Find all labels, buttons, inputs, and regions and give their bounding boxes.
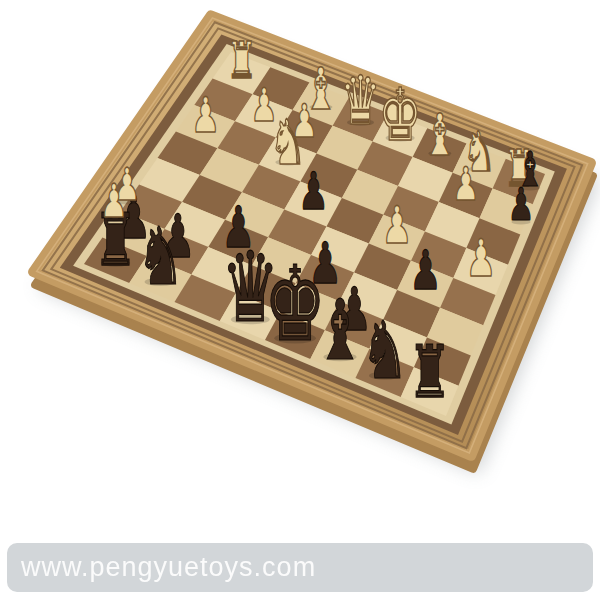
captured-white-pawn-2[interactable]: ♟ [100,173,128,227]
white-pawn-f4[interactable]: ♟ [382,194,413,254]
black-knight-g8[interactable]: ♞ [361,304,409,397]
watermark-text: www.pengyuetoys.com [21,552,316,583]
product-photo: ♜♝♛♚♝♞♜♟♟♟♟♞♟♟♟♟♟♟♟♟♟♜♞♛♚♝♞♜♟♟♝♟ www.pen… [0,0,600,600]
captured-black-pawn[interactable]: ♟ [508,179,535,231]
white-queen-d1[interactable]: ♛ [340,62,380,141]
black-pawn-d4[interactable]: ♟ [298,161,329,221]
white-pawn-h4[interactable]: ♟ [465,228,496,288]
black-knight-b8[interactable]: ♞ [137,210,185,303]
chess-board-scene: ♜♝♛♚♝♞♜♟♟♟♟♞♟♟♟♟♟♟♟♟♟♜♞♛♚♝♞♜♟♟♝♟ [0,0,600,600]
white-king-e1[interactable]: ♚ [378,73,421,158]
white-pawn-g2[interactable]: ♟ [452,158,480,211]
black-pawn-g5[interactable]: ♟ [409,239,441,303]
white-pawn-a3[interactable]: ♟ [191,86,220,144]
black-rook-h8[interactable]: ♜ [408,329,451,414]
watermark-bar: www.pengyuetoys.com [7,543,593,592]
black-bishop-f8[interactable]: ♝ [315,281,365,379]
